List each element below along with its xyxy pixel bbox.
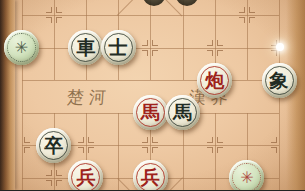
- piece-glyph: 炮: [205, 71, 224, 90]
- grid-line: [215, 113, 216, 191]
- piece-glyph: ✳: [15, 40, 28, 56]
- grid-line: [22, 80, 280, 81]
- piece-black-elephant[interactable]: 象: [262, 63, 297, 98]
- board-frame-left: [0, 0, 15, 190]
- river-label-left: 楚河: [66, 86, 112, 109]
- piece-glyph: 士: [109, 38, 128, 57]
- piece-glyph: 兵: [76, 168, 95, 187]
- piece-hidden-red-hidden[interactable]: ✳: [229, 160, 264, 190]
- piece-glyph: ✳: [240, 170, 253, 186]
- piece-glyph: 卒: [44, 136, 63, 155]
- grid-line: [150, 0, 151, 80]
- piece-hidden-black-hidden[interactable]: ✳: [4, 30, 39, 65]
- piece-glyph: 車: [76, 38, 95, 57]
- cropped-piece[interactable]: [176, 0, 198, 6]
- piece-glyph: 兵: [141, 168, 160, 187]
- xiangqi-board[interactable]: 楚河 漢界 ✳車士炮象馬馬卒兵兵✳: [0, 0, 305, 190]
- grid-line: [247, 0, 248, 80]
- piece-glyph: 象: [270, 71, 289, 90]
- piece-glyph: 馬: [173, 103, 192, 122]
- grid-line: [183, 0, 184, 80]
- piece-black-advisor[interactable]: 士: [101, 30, 136, 65]
- highlight-dot: [276, 43, 284, 51]
- piece-red-cannon[interactable]: 炮: [197, 63, 232, 98]
- piece-glyph: 馬: [141, 103, 160, 122]
- cropped-piece[interactable]: [143, 0, 165, 6]
- grid-line: [54, 0, 55, 80]
- piece-red-soldier[interactable]: 兵: [133, 160, 168, 190]
- piece-black-horse[interactable]: 馬: [165, 95, 200, 130]
- piece-red-soldier[interactable]: 兵: [68, 160, 103, 190]
- grid-line: [22, 0, 23, 190]
- piece-red-horse[interactable]: 馬: [133, 95, 168, 130]
- piece-black-soldier[interactable]: 卒: [36, 128, 71, 163]
- piece-black-chariot[interactable]: 車: [68, 30, 103, 65]
